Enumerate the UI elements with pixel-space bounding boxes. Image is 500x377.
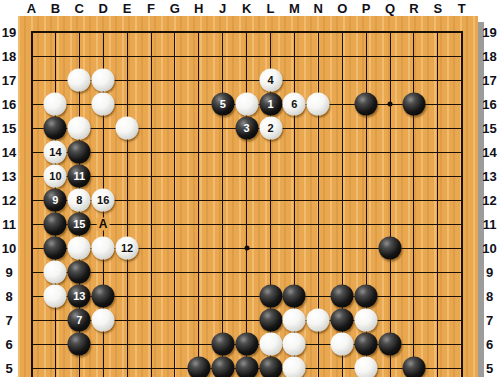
- grid-line-vertical: [151, 31, 152, 377]
- stone-black-c14: [68, 141, 91, 164]
- stone-black-j16-move-5: 5: [211, 93, 234, 116]
- board-mark-a: A: [97, 218, 110, 231]
- row-label-14: 14: [482, 145, 496, 160]
- row-label-7: 7: [5, 313, 12, 328]
- stone-white-k16: [235, 93, 258, 116]
- stone-black-q6: [379, 333, 402, 356]
- stone-black-r5: [402, 357, 425, 377]
- stone-black-c6: [68, 333, 91, 356]
- stone-white-d12-move-16: 16: [92, 189, 115, 212]
- col-label-q: Q: [385, 1, 395, 16]
- stone-black-c13-move-11: 11: [68, 165, 91, 188]
- row-label-13: 13: [482, 169, 496, 184]
- stone-white-c12-move-8: 8: [68, 189, 91, 212]
- col-label-g: G: [170, 1, 180, 16]
- grid-line-vertical: [127, 31, 128, 377]
- stone-black-l5: [259, 357, 282, 377]
- stone-white-b13-move-10: 10: [44, 165, 67, 188]
- stone-white-m7: [283, 309, 306, 332]
- stone-white-d10: [92, 237, 115, 260]
- row-label-16: 16: [2, 97, 16, 112]
- stone-black-b12-move-9: 9: [44, 189, 67, 212]
- stone-black-p16: [355, 93, 378, 116]
- row-label-19: 19: [2, 25, 16, 40]
- col-label-t: T: [458, 1, 466, 16]
- grid-line-vertical: [390, 31, 391, 377]
- row-label-11: 11: [2, 217, 16, 232]
- stone-black-j6: [211, 333, 234, 356]
- stone-white-e15: [116, 117, 139, 140]
- stone-white-m6: [283, 333, 306, 356]
- stone-black-c8-move-13: 13: [68, 285, 91, 308]
- star-point-q16: [388, 102, 393, 107]
- grid-line-horizontal: [31, 272, 463, 273]
- grid-line-vertical: [31, 31, 33, 377]
- stone-white-m16-move-6: 6: [283, 93, 306, 116]
- stone-black-b11: [44, 213, 67, 236]
- stone-white-l6: [259, 333, 282, 356]
- stone-white-b9: [44, 261, 67, 284]
- grid-line-vertical: [437, 31, 438, 377]
- grid-line-horizontal: [31, 31, 463, 33]
- stone-black-l8: [259, 285, 282, 308]
- grid-line-horizontal: [31, 56, 463, 57]
- grid-line-vertical: [246, 31, 247, 377]
- row-label-12: 12: [2, 193, 16, 208]
- row-label-15: 15: [482, 121, 496, 136]
- stone-white-b8: [44, 285, 67, 308]
- stone-black-p6: [355, 333, 378, 356]
- stone-black-d8: [92, 285, 115, 308]
- row-label-12: 12: [482, 193, 496, 208]
- stone-white-o6: [331, 333, 354, 356]
- col-label-d: D: [98, 1, 107, 16]
- stone-black-o7: [331, 309, 354, 332]
- row-label-17: 17: [2, 73, 16, 88]
- stone-black-k5: [235, 357, 258, 377]
- stone-black-c9: [68, 261, 91, 284]
- col-label-f: F: [147, 1, 155, 16]
- row-label-8: 8: [5, 289, 12, 304]
- col-label-e: E: [123, 1, 132, 16]
- stone-white-b16: [44, 93, 67, 116]
- stone-black-o8: [331, 285, 354, 308]
- row-label-9: 9: [5, 265, 12, 280]
- stone-white-c15: [68, 117, 91, 140]
- grid-line-horizontal: [31, 152, 463, 153]
- stone-black-b15: [44, 117, 67, 140]
- stone-white-c17: [68, 69, 91, 92]
- row-label-18: 18: [482, 49, 496, 64]
- grid-line-horizontal: [31, 224, 463, 225]
- stone-white-c10: [68, 237, 91, 260]
- col-label-j: J: [219, 1, 226, 16]
- row-label-11: 11: [483, 217, 497, 232]
- col-label-r: R: [409, 1, 418, 16]
- grid-line-vertical: [413, 31, 414, 377]
- col-label-h: H: [194, 1, 203, 16]
- stone-white-e10-move-12: 12: [116, 237, 139, 260]
- col-label-p: P: [362, 1, 371, 16]
- stone-white-b14-move-14: 14: [44, 141, 67, 164]
- stone-black-p8: [355, 285, 378, 308]
- row-label-14: 14: [2, 145, 16, 160]
- stone-black-c11-move-15: 15: [68, 213, 91, 236]
- stone-black-h5: [187, 357, 210, 377]
- stone-white-d7: [92, 309, 115, 332]
- col-label-s: S: [433, 1, 442, 16]
- row-label-10: 10: [2, 241, 16, 256]
- stone-black-j5: [211, 357, 234, 377]
- stone-white-p7: [355, 309, 378, 332]
- row-label-10: 10: [482, 241, 496, 256]
- stone-black-b10: [44, 237, 67, 260]
- stone-black-m8: [283, 285, 306, 308]
- row-label-17: 17: [482, 73, 496, 88]
- grid-line-vertical: [198, 31, 199, 377]
- row-label-6: 6: [5, 337, 12, 352]
- col-label-a: A: [27, 1, 36, 16]
- row-label-18: 18: [2, 49, 16, 64]
- col-label-k: K: [242, 1, 251, 16]
- grid-line-vertical: [174, 31, 175, 377]
- stone-black-l16-move-1: 1: [259, 93, 282, 116]
- stone-white-l15-move-2: 2: [259, 117, 282, 140]
- stone-white-d17: [92, 69, 115, 92]
- stone-white-l17-move-4: 4: [259, 69, 282, 92]
- row-label-15: 15: [2, 121, 16, 136]
- row-label-9: 9: [486, 265, 493, 280]
- stone-black-q10: [379, 237, 402, 260]
- go-board-viewer: ABCDEFGHJKLMNOPQRST 19181716151413121110…: [0, 0, 500, 377]
- row-label-7: 7: [486, 313, 493, 328]
- row-label-5: 5: [486, 361, 493, 376]
- col-label-o: O: [337, 1, 347, 16]
- stone-black-r16: [402, 93, 425, 116]
- row-label-19: 19: [482, 25, 496, 40]
- row-label-5: 5: [5, 361, 12, 376]
- grid-line-horizontal: [31, 176, 463, 177]
- stone-black-l7: [259, 309, 282, 332]
- stone-white-d16: [92, 93, 115, 116]
- star-point-k10: [244, 246, 249, 251]
- grid-line-vertical: [222, 31, 223, 377]
- col-label-m: M: [289, 1, 300, 16]
- col-label-b: B: [51, 1, 60, 16]
- stone-black-c7-move-7: 7: [68, 309, 91, 332]
- col-label-l: L: [267, 1, 275, 16]
- stone-black-k15-move-3: 3: [235, 117, 258, 140]
- stone-white-n7: [307, 309, 330, 332]
- grid-line-vertical: [461, 31, 463, 377]
- stone-black-k6: [235, 333, 258, 356]
- row-label-16: 16: [482, 97, 496, 112]
- row-label-8: 8: [486, 289, 493, 304]
- row-label-13: 13: [2, 169, 16, 184]
- col-label-c: C: [75, 1, 84, 16]
- stone-white-p5: [355, 357, 378, 377]
- col-label-n: N: [314, 1, 323, 16]
- stone-white-n16: [307, 93, 330, 116]
- row-label-6: 6: [486, 337, 493, 352]
- stone-white-m5: [283, 357, 306, 377]
